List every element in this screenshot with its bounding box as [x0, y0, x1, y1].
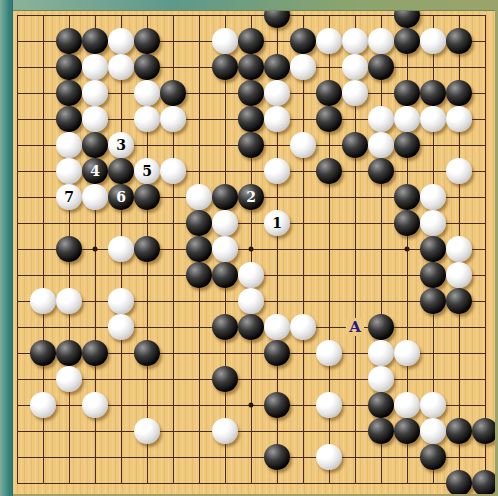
stone-white[interactable] — [368, 366, 394, 392]
stone-white[interactable] — [446, 236, 472, 262]
stone-white[interactable] — [420, 210, 446, 236]
stone-white[interactable] — [264, 314, 290, 340]
stone-black[interactable] — [212, 262, 238, 288]
stone-white[interactable] — [108, 288, 134, 314]
stone-black[interactable] — [290, 28, 316, 54]
stone-white[interactable] — [290, 132, 316, 158]
stone-black[interactable] — [420, 80, 446, 106]
stone-black[interactable] — [394, 28, 420, 54]
stone-black[interactable] — [368, 418, 394, 444]
stone-white[interactable] — [290, 54, 316, 80]
stone-black[interactable] — [160, 80, 186, 106]
stone-black[interactable] — [316, 158, 342, 184]
stone-white[interactable] — [420, 184, 446, 210]
stone-black[interactable] — [212, 184, 238, 210]
stone-black[interactable] — [264, 392, 290, 418]
stone-white[interactable] — [108, 28, 134, 54]
stone-white[interactable] — [82, 106, 108, 132]
stone-black[interactable] — [56, 54, 82, 80]
stone-white[interactable] — [160, 158, 186, 184]
stone-white[interactable] — [342, 28, 368, 54]
stone-black[interactable] — [446, 288, 472, 314]
stone-white[interactable] — [342, 54, 368, 80]
stone-black[interactable] — [82, 132, 108, 158]
stone-white[interactable] — [264, 210, 290, 236]
stone-white[interactable] — [238, 262, 264, 288]
stone-black[interactable] — [420, 236, 446, 262]
stone-white[interactable] — [316, 340, 342, 366]
stone-white[interactable] — [212, 210, 238, 236]
stone-white[interactable] — [108, 236, 134, 262]
stone-white[interactable] — [394, 340, 420, 366]
stone-white[interactable] — [368, 28, 394, 54]
stone-white[interactable] — [56, 184, 82, 210]
go-app-window: 1234567A — [0, 0, 498, 496]
stone-black[interactable] — [134, 54, 160, 80]
stone-black[interactable] — [394, 132, 420, 158]
stone-black[interactable] — [446, 80, 472, 106]
stone-black[interactable] — [82, 158, 108, 184]
star-point — [249, 403, 254, 408]
stone-black[interactable] — [238, 80, 264, 106]
stone-black[interactable] — [134, 28, 160, 54]
stone-white[interactable] — [30, 288, 56, 314]
star-point — [93, 247, 98, 252]
stone-black[interactable] — [238, 314, 264, 340]
stone-white[interactable] — [394, 106, 420, 132]
stone-black[interactable] — [186, 210, 212, 236]
stone-black[interactable] — [394, 184, 420, 210]
stone-black[interactable] — [420, 444, 446, 470]
stone-black[interactable] — [212, 314, 238, 340]
stone-white[interactable] — [264, 80, 290, 106]
stone-black[interactable] — [186, 262, 212, 288]
stone-black[interactable] — [134, 340, 160, 366]
star-point — [249, 247, 254, 252]
stone-white[interactable] — [108, 314, 134, 340]
stone-white[interactable] — [394, 392, 420, 418]
stone-black[interactable] — [82, 28, 108, 54]
stone-black[interactable] — [56, 340, 82, 366]
stone-white[interactable] — [108, 132, 134, 158]
stone-white[interactable] — [316, 444, 342, 470]
stone-black[interactable] — [342, 132, 368, 158]
stone-white[interactable] — [420, 28, 446, 54]
stone-white[interactable] — [134, 80, 160, 106]
stone-white[interactable] — [264, 106, 290, 132]
stone-black[interactable] — [316, 106, 342, 132]
stone-white[interactable] — [56, 158, 82, 184]
stone-black[interactable] — [368, 54, 394, 80]
stone-black[interactable] — [420, 288, 446, 314]
stone-white[interactable] — [446, 158, 472, 184]
stone-black[interactable] — [134, 236, 160, 262]
window-border-left — [0, 0, 13, 496]
stone-black[interactable] — [108, 158, 134, 184]
stone-black[interactable] — [264, 444, 290, 470]
stone-black[interactable] — [56, 80, 82, 106]
stone-white[interactable] — [212, 236, 238, 262]
stone-white[interactable] — [446, 262, 472, 288]
stone-white[interactable] — [368, 106, 394, 132]
stone-black[interactable] — [238, 28, 264, 54]
stone-white[interactable] — [134, 106, 160, 132]
stone-white[interactable] — [82, 392, 108, 418]
stone-black[interactable] — [238, 54, 264, 80]
stone-white[interactable] — [316, 392, 342, 418]
stone-white[interactable] — [108, 54, 134, 80]
stone-white[interactable] — [446, 106, 472, 132]
stone-black[interactable] — [30, 340, 56, 366]
point-label-A[interactable]: A — [346, 318, 364, 336]
window-border-top — [0, 0, 498, 11]
stone-white[interactable] — [368, 132, 394, 158]
stone-black[interactable] — [56, 106, 82, 132]
stone-black[interactable] — [264, 54, 290, 80]
stone-black[interactable] — [238, 184, 264, 210]
stone-black[interactable] — [134, 184, 160, 210]
stone-black[interactable] — [212, 54, 238, 80]
stone-white[interactable] — [82, 80, 108, 106]
stone-black[interactable] — [446, 470, 472, 496]
stone-black[interactable] — [56, 236, 82, 262]
stone-white[interactable] — [30, 392, 56, 418]
stone-black[interactable] — [394, 418, 420, 444]
stone-black[interactable] — [264, 340, 290, 366]
stone-black[interactable] — [394, 80, 420, 106]
stone-white[interactable] — [56, 366, 82, 392]
stone-white[interactable] — [342, 80, 368, 106]
stone-black[interactable] — [238, 132, 264, 158]
stone-white[interactable] — [134, 158, 160, 184]
stone-black[interactable] — [186, 236, 212, 262]
stone-white[interactable] — [56, 288, 82, 314]
star-point — [405, 247, 410, 252]
stone-black[interactable] — [368, 158, 394, 184]
stone-white[interactable] — [212, 418, 238, 444]
stone-black[interactable] — [446, 418, 472, 444]
stone-black[interactable] — [394, 210, 420, 236]
stone-black[interactable] — [238, 106, 264, 132]
stone-black[interactable] — [368, 314, 394, 340]
stone-white[interactable] — [56, 132, 82, 158]
stone-black[interactable] — [82, 340, 108, 366]
stone-black[interactable] — [212, 366, 238, 392]
stone-white[interactable] — [160, 106, 186, 132]
stone-white[interactable] — [82, 184, 108, 210]
stone-white[interactable] — [316, 28, 342, 54]
stone-white[interactable] — [186, 184, 212, 210]
stone-white[interactable] — [212, 28, 238, 54]
stone-black[interactable] — [316, 80, 342, 106]
stone-white[interactable] — [264, 158, 290, 184]
stone-white[interactable] — [420, 418, 446, 444]
stone-black[interactable] — [368, 392, 394, 418]
stone-white[interactable] — [420, 392, 446, 418]
stone-white[interactable] — [420, 106, 446, 132]
stone-white[interactable] — [134, 418, 160, 444]
stone-white[interactable] — [368, 340, 394, 366]
stone-black[interactable] — [108, 184, 134, 210]
stone-black[interactable] — [446, 28, 472, 54]
go-board[interactable]: 1234567A — [0, 0, 498, 496]
stone-black[interactable] — [56, 28, 82, 54]
stone-white[interactable] — [290, 314, 316, 340]
stone-white[interactable] — [238, 288, 264, 314]
stone-white[interactable] — [82, 54, 108, 80]
stone-black[interactable] — [420, 262, 446, 288]
